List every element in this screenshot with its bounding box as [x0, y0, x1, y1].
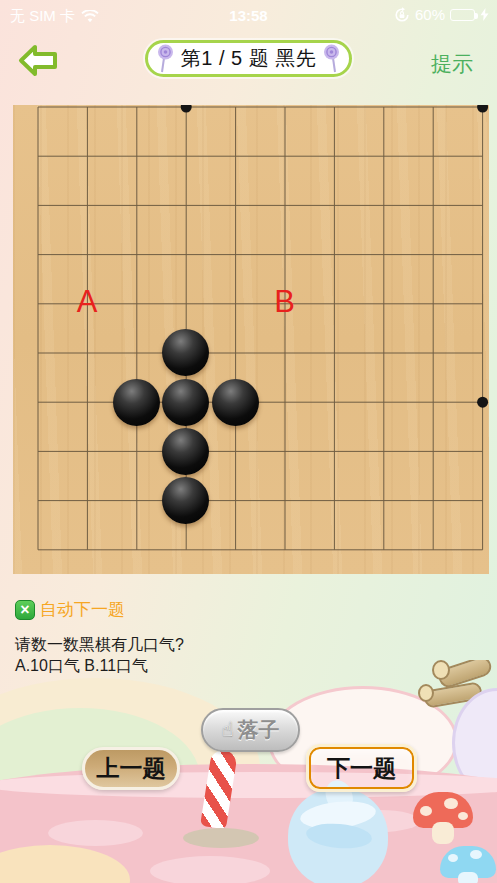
- hand-pointer-icon: ☝: [221, 717, 233, 741]
- ground-highlight: [0, 772, 497, 798]
- auto-next-checkbox-icon[interactable]: ×: [15, 600, 35, 620]
- black-stone: [161, 427, 210, 476]
- prev-question-button[interactable]: 上一题: [82, 747, 180, 790]
- battery-icon: [450, 9, 475, 21]
- candy-background: [0, 660, 497, 883]
- next-question-button[interactable]: 下一题: [306, 744, 417, 792]
- lollipop-icon: [157, 44, 174, 74]
- charging-bolt-icon: [480, 8, 489, 21]
- back-arrow-button[interactable]: [18, 44, 58, 77]
- black-stone: [161, 328, 210, 377]
- place-stone-button[interactable]: ☝ 落子: [201, 708, 300, 752]
- bamboo-end: [418, 684, 434, 702]
- answer-point-A[interactable]: A: [62, 279, 111, 328]
- auto-next-toggle[interactable]: × 自动下一题: [15, 598, 125, 621]
- cane-hole: [183, 828, 259, 848]
- black-stone: [161, 378, 210, 427]
- black-stone: [161, 476, 210, 525]
- black-stone: [211, 378, 260, 427]
- app-screen: 无 SIM 卡 13:58 60%: [0, 0, 497, 883]
- bamboo-end: [432, 660, 450, 680]
- question-title: 第1 / 5 题 黑先: [181, 45, 317, 72]
- go-board[interactable]: AB: [13, 105, 489, 574]
- hint-button[interactable]: 提示: [431, 50, 473, 78]
- auto-next-label[interactable]: 自动下一题: [40, 598, 125, 621]
- answer-point-B[interactable]: B: [260, 279, 309, 328]
- black-stone: [112, 378, 161, 427]
- question-title-pill: 第1 / 5 题 黑先: [145, 40, 352, 77]
- board-grid: AB: [13, 105, 489, 574]
- lollipop-icon: [323, 44, 340, 74]
- orientation-lock-icon: [394, 7, 410, 23]
- battery-percent: 60%: [415, 6, 445, 23]
- status-bar: 无 SIM 卡 13:58 60%: [0, 0, 497, 30]
- question-text: 请数一数黑棋有几口气?: [15, 634, 184, 655]
- answer-choices: A.10口气 B.11口气: [15, 655, 184, 676]
